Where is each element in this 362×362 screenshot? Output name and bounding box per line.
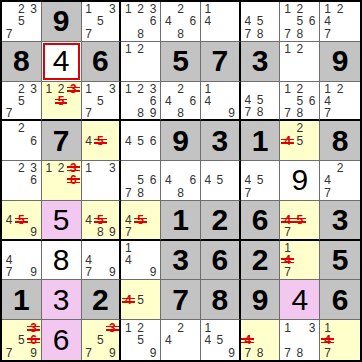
candidate: 5 bbox=[96, 95, 105, 107]
candidate: 5 bbox=[136, 334, 145, 346]
pencil-marks: 4589 bbox=[82, 201, 120, 239]
cell-r3c3[interactable]: 1357 bbox=[82, 82, 122, 122]
candidate: 5 bbox=[17, 15, 26, 27]
cell-r1c6[interactable]: 14 bbox=[201, 2, 241, 42]
candidate: 2 bbox=[336, 3, 345, 15]
candidate: 4 bbox=[5, 214, 14, 226]
given-digit: 6 bbox=[332, 285, 349, 315]
pencil-marks: 26 bbox=[2, 121, 41, 160]
eliminated-candidate: 3 bbox=[108, 322, 117, 334]
candidate: 9 bbox=[227, 347, 236, 359]
sudoku-board: 2357913571236824681445781256781247846125… bbox=[0, 0, 362, 362]
candidate: 1 bbox=[45, 162, 54, 174]
eliminated-candidate: 4 bbox=[283, 254, 292, 266]
cell-r4c5[interactable]: 9 bbox=[161, 121, 201, 161]
cell-r5c3[interactable]: 13 bbox=[82, 161, 122, 201]
pencil-marks: 459 bbox=[2, 201, 41, 239]
candidate: 4 bbox=[84, 214, 93, 226]
candidate: 2 bbox=[295, 43, 304, 55]
candidate: 7 bbox=[124, 187, 133, 199]
candidate: 5 bbox=[295, 95, 304, 107]
cell-r7c7[interactable]: 2 bbox=[241, 241, 281, 281]
given-digit: 9 bbox=[172, 126, 189, 156]
pencil-marks: 45 bbox=[82, 121, 120, 160]
candidate: 9 bbox=[29, 266, 38, 278]
pencil-marks: 45 bbox=[201, 161, 239, 200]
candidate: 4 bbox=[84, 254, 93, 266]
pencil-marks: 478 bbox=[241, 320, 280, 360]
cell-r7c9[interactable]: 5 bbox=[320, 241, 360, 281]
candidate: 7 bbox=[323, 187, 332, 199]
candidate: 8 bbox=[295, 347, 304, 359]
cell-r2c1[interactable]: 8 bbox=[2, 42, 42, 82]
candidate: 8 bbox=[256, 106, 265, 118]
candidate: 8 bbox=[176, 187, 185, 199]
pencil-marks: 14 bbox=[201, 2, 239, 41]
eliminated-candidate: 5 bbox=[295, 214, 304, 226]
candidate: 6 bbox=[188, 174, 197, 186]
candidate: 9 bbox=[108, 266, 117, 278]
eliminated-candidate: 6 bbox=[69, 174, 78, 186]
eliminated-candidate: 4 bbox=[283, 214, 292, 226]
pencil-marks: 147 bbox=[320, 320, 360, 360]
given-digit: 6 bbox=[211, 245, 228, 275]
candidate: 4 bbox=[124, 135, 133, 147]
pencil-marks: 35679 bbox=[2, 320, 41, 360]
cell-r7c6[interactable]: 6 bbox=[201, 241, 241, 281]
eliminated-candidate: 3 bbox=[29, 322, 38, 334]
given-digit: 8 bbox=[13, 46, 30, 76]
pencil-marks: 3579 bbox=[82, 320, 120, 360]
pencil-marks: 4578 bbox=[241, 82, 280, 120]
cell-r6c6[interactable]: 2 bbox=[201, 201, 241, 241]
eliminated-candidate: 3 bbox=[69, 162, 78, 174]
given-digit: 2 bbox=[92, 285, 109, 315]
pencil-marks: 45 bbox=[121, 280, 160, 319]
candidate: 5 bbox=[215, 334, 224, 346]
pencil-marks: 457 bbox=[121, 201, 160, 239]
candidate: 7 bbox=[323, 107, 332, 119]
pencil-marks: 457 bbox=[280, 201, 319, 239]
entered-digit: 3 bbox=[53, 285, 70, 315]
pencil-marks: 1236 bbox=[42, 161, 81, 200]
given-digit: 1 bbox=[172, 205, 189, 235]
candidate: 8 bbox=[176, 28, 185, 40]
candidate: 5 bbox=[136, 135, 145, 147]
cell-r5c6[interactable]: 45 bbox=[201, 161, 241, 201]
candidate: 4 bbox=[164, 174, 173, 186]
cell-r7c1[interactable]: 479 bbox=[2, 241, 42, 281]
pencil-marks: 479 bbox=[2, 241, 41, 280]
candidate: 2 bbox=[295, 83, 304, 95]
cell-r3c1[interactable]: 2357 bbox=[2, 82, 42, 122]
cell-r3c6[interactable]: 149 bbox=[201, 82, 241, 122]
cell-r6c7[interactable]: 6 bbox=[241, 201, 281, 241]
cell-r8c1[interactable]: 1 bbox=[2, 280, 42, 320]
candidate: 7 bbox=[243, 106, 252, 118]
eliminated-candidate: 4 bbox=[323, 334, 332, 346]
cell-r1c5[interactable]: 2468 bbox=[161, 2, 201, 42]
cell-r6c9[interactable]: 3 bbox=[320, 201, 360, 241]
candidate: 2 bbox=[176, 83, 185, 95]
cell-r8c7[interactable]: 9 bbox=[241, 280, 281, 320]
cell-r2c8[interactable]: 12 bbox=[280, 42, 320, 82]
candidate: 1 bbox=[124, 83, 133, 95]
given-digit: 9 bbox=[252, 285, 269, 315]
cell-r6c2[interactable]: 5 bbox=[42, 201, 82, 241]
candidate: 9 bbox=[29, 347, 38, 359]
cell-r7c2[interactable]: 8 bbox=[42, 241, 82, 281]
candidate: 4 bbox=[164, 95, 173, 107]
candidate: 7 bbox=[5, 266, 14, 278]
entered-digit: 6 bbox=[53, 325, 70, 355]
candidate: 3 bbox=[149, 3, 158, 15]
cell-r6c8[interactable]: 457 bbox=[280, 201, 320, 241]
cell-r6c5[interactable]: 1 bbox=[161, 201, 201, 241]
candidate: 4 bbox=[203, 334, 212, 346]
cell-r4c6[interactable]: 3 bbox=[201, 121, 241, 161]
candidate: 4 bbox=[164, 15, 173, 27]
candidate: 7 bbox=[5, 347, 14, 359]
given-digit: 7 bbox=[172, 285, 189, 315]
cell-r1c8[interactable]: 125678 bbox=[280, 2, 320, 42]
candidate: 5 bbox=[256, 15, 265, 27]
eliminated-candidate: 6 bbox=[29, 334, 38, 346]
pencil-marks: 13 bbox=[82, 161, 120, 200]
candidate: 1 bbox=[45, 83, 54, 95]
candidate: 5 bbox=[215, 174, 224, 186]
candidate: 9 bbox=[108, 226, 117, 238]
candidate: 3 bbox=[149, 83, 158, 95]
cell-r8c9[interactable]: 6 bbox=[320, 280, 360, 320]
cell-r2c3[interactable]: 6 bbox=[82, 42, 122, 82]
pencil-marks: 468 bbox=[161, 161, 200, 200]
candidate: 4 bbox=[124, 214, 133, 226]
cell-r6c3[interactable]: 4589 bbox=[82, 201, 122, 241]
cell-r9c6[interactable]: 1459 bbox=[201, 320, 241, 360]
candidate: 6 bbox=[149, 174, 158, 186]
cell-r3c9[interactable]: 1247 bbox=[320, 82, 360, 122]
cell-r2c6[interactable]: 7 bbox=[201, 42, 241, 82]
candidate: 8 bbox=[136, 107, 145, 119]
candidate: 1 bbox=[283, 43, 292, 55]
candidate: 6 bbox=[308, 95, 317, 107]
given-digit: 1 bbox=[13, 285, 30, 315]
given-digit: 8 bbox=[211, 285, 228, 315]
cell-r2c7[interactable]: 3 bbox=[241, 42, 281, 82]
eliminated-candidate: 5 bbox=[17, 214, 26, 226]
candidate: 2 bbox=[176, 3, 185, 15]
pencil-marks: 1247 bbox=[320, 82, 360, 120]
candidate: 1 bbox=[84, 162, 93, 174]
candidate: 5 bbox=[17, 95, 26, 107]
cell-r8c5[interactable]: 7 bbox=[161, 280, 201, 320]
candidate: 4 bbox=[164, 334, 173, 346]
cell-r5c1[interactable]: 236 bbox=[2, 161, 42, 201]
candidate: 1 bbox=[124, 322, 133, 334]
candidate: 4 bbox=[84, 135, 93, 147]
given-digit: 3 bbox=[252, 46, 269, 76]
pencil-marks: 1459 bbox=[201, 320, 239, 360]
candidate: 1 bbox=[283, 322, 292, 334]
candidate: 2 bbox=[136, 3, 145, 15]
given-digit: 3 bbox=[332, 205, 349, 235]
pencil-marks: 247 bbox=[320, 161, 360, 200]
candidate: 7 bbox=[243, 347, 252, 359]
pencil-marks: 1259 bbox=[121, 320, 160, 360]
candidate: 7 bbox=[5, 107, 14, 119]
candidate: 3 bbox=[308, 322, 317, 334]
candidate: 1 bbox=[84, 83, 93, 95]
cell-r5c2[interactable]: 1236 bbox=[42, 161, 82, 201]
candidate: 7 bbox=[283, 107, 292, 119]
cell-r8c2[interactable]: 3 bbox=[42, 280, 82, 320]
cell-r1c2[interactable]: 9 bbox=[42, 2, 82, 42]
candidate: 7 bbox=[243, 187, 252, 199]
candidate: 9 bbox=[149, 347, 158, 359]
cell-r4c3[interactable]: 45 bbox=[82, 121, 122, 161]
given-digit: 5 bbox=[172, 46, 189, 76]
cell-r5c9[interactable]: 247 bbox=[320, 161, 360, 201]
pencil-marks: 1378 bbox=[280, 320, 319, 360]
candidate: 9 bbox=[149, 107, 158, 119]
given-digit: 1 bbox=[252, 126, 269, 156]
given-digit: 6 bbox=[252, 205, 269, 235]
candidate: 2 bbox=[17, 162, 26, 174]
cell-r4c2[interactable]: 7 bbox=[42, 121, 82, 161]
candidate: 2 bbox=[17, 83, 26, 95]
candidate: 1 bbox=[84, 3, 93, 15]
candidate: 2 bbox=[176, 322, 185, 334]
cell-r5c4[interactable]: 5678 bbox=[121, 161, 161, 201]
candidate: 7 bbox=[5, 28, 14, 40]
candidate: 1 bbox=[323, 322, 332, 334]
cell-r2c4[interactable]: 12 bbox=[121, 42, 161, 82]
cell-r9c9[interactable]: 147 bbox=[320, 320, 360, 360]
candidate: 9 bbox=[227, 107, 236, 119]
pencil-marks: 456 bbox=[121, 121, 160, 160]
cell-r7c4[interactable]: 149 bbox=[121, 241, 161, 281]
candidate: 9 bbox=[108, 347, 117, 359]
cell-r2c5[interactable]: 5 bbox=[161, 42, 201, 82]
candidate: 7 bbox=[243, 28, 252, 40]
candidate: 8 bbox=[176, 107, 185, 119]
candidate: 7 bbox=[323, 347, 332, 359]
candidate: 4 bbox=[243, 174, 252, 186]
pencil-marks: 149 bbox=[201, 82, 239, 120]
candidate: 6 bbox=[188, 15, 197, 27]
entered-digit: 4 bbox=[53, 46, 70, 76]
cell-r4c7[interactable]: 1 bbox=[241, 121, 281, 161]
candidate: 4 bbox=[243, 15, 252, 27]
cell-r7c5[interactable]: 3 bbox=[161, 241, 201, 281]
cell-r3c4[interactable]: 123689 bbox=[121, 82, 161, 122]
cell-r1c1[interactable]: 2357 bbox=[2, 2, 42, 42]
candidate: 7 bbox=[323, 28, 332, 40]
candidate: 1 bbox=[323, 3, 332, 15]
candidate: 8 bbox=[256, 347, 265, 359]
pencil-marks: 24 bbox=[161, 320, 200, 360]
entered-digit: 8 bbox=[53, 245, 70, 275]
candidate: 8 bbox=[136, 28, 145, 40]
candidate: 2 bbox=[17, 122, 26, 134]
cell-r1c4[interactable]: 12368 bbox=[121, 2, 161, 42]
pencil-marks: 4578 bbox=[241, 2, 280, 41]
pencil-marks: 1357 bbox=[82, 2, 120, 41]
cell-r8c6[interactable]: 8 bbox=[201, 280, 241, 320]
pencil-marks: 1247 bbox=[320, 2, 360, 41]
candidate: 2 bbox=[336, 162, 345, 174]
candidate: 5 bbox=[295, 135, 304, 147]
candidate: 5 bbox=[295, 15, 304, 27]
candidate: 1 bbox=[283, 242, 292, 254]
candidate: 2 bbox=[136, 322, 145, 334]
pencil-marks: 147 bbox=[280, 241, 319, 280]
eliminated-candidate: 4 bbox=[243, 334, 252, 346]
candidate: 2 bbox=[17, 3, 26, 15]
cell-r9c4[interactable]: 1259 bbox=[121, 320, 161, 360]
candidate: 8 bbox=[136, 187, 145, 199]
cell-r9c3[interactable]: 3579 bbox=[82, 320, 122, 360]
eliminated-candidate: 4 bbox=[124, 294, 133, 306]
candidate: 4 bbox=[323, 174, 332, 186]
candidate: 5 bbox=[256, 174, 265, 186]
candidate: 8 bbox=[295, 28, 304, 40]
pencil-marks: 123689 bbox=[121, 82, 160, 120]
cell-r8c3[interactable]: 2 bbox=[82, 280, 122, 320]
candidate: 3 bbox=[108, 162, 117, 174]
pencil-marks: 2468 bbox=[161, 82, 200, 120]
cell-r5c8[interactable]: 9 bbox=[280, 161, 320, 201]
eliminated-candidate: 3 bbox=[69, 83, 78, 95]
cell-r7c3[interactable]: 479 bbox=[82, 241, 122, 281]
eliminated-candidate: 5 bbox=[136, 214, 145, 226]
candidate: 4 bbox=[203, 95, 212, 107]
pencil-marks: 1235 bbox=[42, 82, 81, 120]
candidate: 5 bbox=[96, 15, 105, 27]
cell-r2c9[interactable]: 9 bbox=[320, 42, 360, 82]
candidate: 6 bbox=[188, 95, 197, 107]
pencil-marks: 12368 bbox=[121, 2, 160, 41]
candidate: 1 bbox=[203, 83, 212, 95]
candidate: 5 bbox=[96, 334, 105, 346]
pencil-marks: 2468 bbox=[161, 2, 200, 41]
cell-r4c4[interactable]: 456 bbox=[121, 121, 161, 161]
cell-r4c1[interactable]: 26 bbox=[2, 121, 42, 161]
pencil-marks: 2357 bbox=[2, 2, 41, 41]
cell-r6c1[interactable]: 459 bbox=[2, 201, 42, 241]
candidate: 3 bbox=[29, 162, 38, 174]
candidate: 7 bbox=[283, 266, 292, 278]
cell-r3c5[interactable]: 2468 bbox=[161, 82, 201, 122]
candidate: 2 bbox=[136, 43, 145, 55]
candidate: 3 bbox=[29, 83, 38, 95]
candidate: 3 bbox=[108, 83, 117, 95]
candidate: 6 bbox=[149, 15, 158, 27]
cell-r5c7[interactable]: 457 bbox=[241, 161, 281, 201]
candidate: 6 bbox=[29, 174, 38, 186]
eliminated-candidate: 4 bbox=[283, 135, 292, 147]
entered-digit: 4 bbox=[291, 285, 308, 315]
candidate: 5 bbox=[17, 334, 26, 346]
given-digit: 2 bbox=[211, 205, 228, 235]
cell-r4c9[interactable]: 8 bbox=[320, 121, 360, 161]
candidate: 4 bbox=[203, 15, 212, 27]
candidate: 1 bbox=[203, 322, 212, 334]
candidate: 7 bbox=[84, 347, 93, 359]
pencil-marks: 125678 bbox=[280, 2, 319, 41]
candidate: 1 bbox=[124, 43, 133, 55]
eliminated-candidate: 5 bbox=[57, 95, 66, 107]
cell-r9c8[interactable]: 1378 bbox=[280, 320, 320, 360]
candidate: 2 bbox=[336, 83, 345, 95]
cell-r1c9[interactable]: 1247 bbox=[320, 2, 360, 42]
cell-r9c1[interactable]: 35679 bbox=[2, 320, 42, 360]
cell-r3c2[interactable]: 1235 bbox=[42, 82, 82, 122]
candidate: 6 bbox=[149, 95, 158, 107]
pencil-marks: 245 bbox=[280, 121, 319, 160]
candidate: 4 bbox=[323, 15, 332, 27]
cell-r6c4[interactable]: 457 bbox=[121, 201, 161, 241]
candidate: 7 bbox=[84, 266, 93, 278]
candidate: 1 bbox=[124, 3, 133, 15]
pencil-marks: 1357 bbox=[82, 82, 120, 120]
candidate: 1 bbox=[283, 3, 292, 15]
pencil-marks: 149 bbox=[121, 241, 160, 280]
cell-r8c4[interactable]: 45 bbox=[121, 280, 161, 320]
cell-r8c8[interactable]: 4 bbox=[280, 280, 320, 320]
pencil-marks: 12 bbox=[121, 42, 160, 81]
cell-r5c5[interactable]: 468 bbox=[161, 161, 201, 201]
cell-r3c7[interactable]: 4578 bbox=[241, 82, 281, 122]
cell-r4c8[interactable]: 245 bbox=[280, 121, 320, 161]
candidate: 9 bbox=[29, 226, 38, 238]
candidate: 3 bbox=[108, 3, 117, 15]
candidate: 5 bbox=[136, 294, 145, 306]
candidate: 9 bbox=[149, 266, 158, 278]
candidate: 8 bbox=[96, 226, 105, 238]
given-digit: 5 bbox=[332, 245, 349, 275]
given-digit: 9 bbox=[332, 46, 349, 76]
candidate: 6 bbox=[149, 135, 158, 147]
cell-r9c7[interactable]: 478 bbox=[241, 320, 281, 360]
candidate: 1 bbox=[124, 242, 133, 254]
candidate: 1 bbox=[203, 3, 212, 15]
cell-r9c5[interactable]: 24 bbox=[161, 320, 201, 360]
cell-r1c3[interactable]: 1357 bbox=[82, 2, 122, 42]
eliminated-candidate: 5 bbox=[96, 214, 105, 226]
candidate: 7 bbox=[283, 347, 292, 359]
pencil-marks: 2357 bbox=[2, 82, 41, 120]
cell-r1c7[interactable]: 4578 bbox=[241, 2, 281, 42]
candidate: 1 bbox=[323, 83, 332, 95]
candidate: 1 bbox=[283, 83, 292, 95]
cell-r7c8[interactable]: 147 bbox=[280, 241, 320, 281]
pencil-marks: 12 bbox=[280, 42, 319, 81]
cell-r9c2[interactable]: 6 bbox=[42, 320, 82, 360]
candidate: 8 bbox=[295, 107, 304, 119]
cell-r3c8[interactable]: 125678 bbox=[280, 82, 320, 122]
given-digit: 2 bbox=[252, 245, 269, 275]
entered-digit: 5 bbox=[53, 205, 70, 235]
pencil-marks: 125678 bbox=[280, 82, 319, 120]
cell-r2c2[interactable]: 4 bbox=[42, 42, 82, 82]
candidate: 7 bbox=[124, 226, 133, 238]
candidate: 4 bbox=[323, 95, 332, 107]
pencil-marks: 236 bbox=[2, 161, 41, 200]
candidate: 7 bbox=[283, 28, 292, 40]
entered-digit: 9 bbox=[291, 165, 308, 195]
